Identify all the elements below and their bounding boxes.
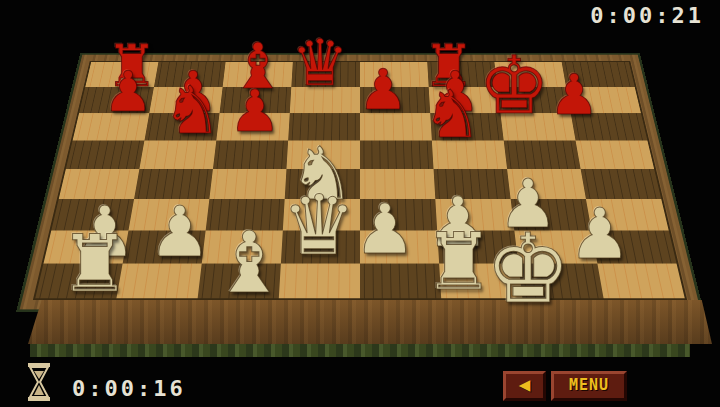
piece-white-rook-a1[interactable]: ♜ [60,225,131,304]
piece-white-pawn-h2[interactable]: ♟ [569,199,632,269]
piece-white-pawn-e2[interactable]: ♟ [354,195,416,264]
piece-white-queen-d2[interactable]: ♛ [282,184,356,267]
piece-white-king-g1[interactable]: ♚ [485,221,571,317]
back-button[interactable]: ◀ [503,371,546,401]
red-clock: 0:00:21 [590,3,704,28]
piece-red-king-g7[interactable]: ♚ [478,46,550,126]
piece-red-pawn-h7[interactable]: ♟ [549,67,599,123]
piece-red-pawn-c6[interactable]: ♟ [229,82,281,140]
board-front-edge [28,300,712,344]
piece-red-knight-f6[interactable]: ♞ [422,82,481,148]
white-clock: 0:00:16 [72,376,186,401]
game-screen: 0:00:21 ♛♜♜♝♟♟♟♟♚♟♟♞♞♞♟♟♛♟♟♟♟♜♜♝♚ 0:00:1… [0,0,720,407]
hourglass-icon [27,363,51,401]
back-arrow-icon: ◀ [519,376,531,394]
square-c4[interactable] [209,169,286,199]
piece-red-pawn-e7[interactable]: ♟ [358,62,408,118]
piece-white-bishop-c1[interactable]: ♝ [211,220,287,305]
piece-white-pawn-b2[interactable]: ♟ [149,197,212,267]
table-edge [30,344,690,357]
piece-red-pawn-a7[interactable]: ♟ [103,64,153,120]
menu-button[interactable]: MENU [551,371,627,401]
square-a5[interactable] [66,141,145,170]
piece-red-knight-b6[interactable]: ♞ [162,78,221,144]
piece-red-queen-d8[interactable]: ♛ [291,31,348,95]
piece-white-rook-f1[interactable]: ♜ [424,223,495,302]
square-h5[interactable] [576,141,655,170]
